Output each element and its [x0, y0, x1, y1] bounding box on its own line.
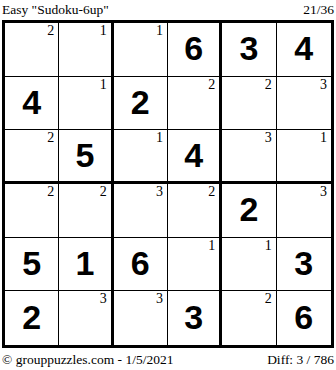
cell-r1c3[interactable]: 1 — [114, 23, 168, 77]
cell-digit: 6 — [184, 31, 203, 65]
cell-digit: 6 — [131, 246, 150, 280]
cell-r2c5[interactable]: 2 — [222, 77, 276, 131]
pencil-mark: 2 — [265, 78, 272, 93]
cell-r4c2[interactable]: 2 — [59, 184, 113, 238]
cell-r1c6[interactable]: 4 — [277, 23, 331, 77]
pencil-mark: 3 — [265, 131, 272, 146]
cell-r2c3[interactable]: 2 — [114, 77, 168, 131]
difficulty-text: Diff: 3 / 786 — [267, 352, 334, 368]
pencil-mark: 1 — [208, 239, 215, 254]
cell-r6c6[interactable]: 6 — [277, 291, 331, 345]
pencil-mark: 2 — [100, 185, 107, 200]
cell-r3c2[interactable]: 5 — [59, 130, 113, 184]
cell-r3c3[interactable]: 1 — [114, 130, 168, 184]
cell-r3c4[interactable]: 4 — [168, 130, 222, 184]
cell-r4c6[interactable]: 3 — [277, 184, 331, 238]
cell-r1c5[interactable]: 3 — [222, 23, 276, 77]
cell-digit: 5 — [76, 138, 95, 172]
cell-digit: 2 — [22, 300, 41, 334]
sudoku-board: 211634412223251431223223516113233326 — [2, 20, 334, 348]
pencil-mark: 3 — [156, 185, 163, 200]
cell-digit: 3 — [184, 300, 203, 334]
pencil-mark: 2 — [265, 292, 272, 307]
cell-r4c3[interactable]: 3 — [114, 184, 168, 238]
cell-r5c3[interactable]: 6 — [114, 238, 168, 292]
pencil-mark: 1 — [156, 24, 163, 39]
cell-r2c4[interactable]: 2 — [168, 77, 222, 131]
cell-digit: 4 — [22, 85, 41, 119]
cell-digit: 6 — [294, 300, 313, 334]
pencil-mark: 3 — [156, 292, 163, 307]
cell-digit: 3 — [240, 31, 259, 65]
pencil-mark: 1 — [156, 131, 163, 146]
cell-r1c1[interactable]: 2 — [5, 23, 59, 77]
cell-digit: 1 — [76, 246, 95, 280]
puzzle-title: Easy "Sudoku-6up" — [2, 2, 109, 18]
cell-r6c1[interactable]: 2 — [5, 291, 59, 345]
pencil-mark: 1 — [100, 24, 107, 39]
cell-r5c5[interactable]: 1 — [222, 238, 276, 292]
cell-digit: 5 — [22, 246, 41, 280]
cell-r2c1[interactable]: 4 — [5, 77, 59, 131]
cell-r5c1[interactable]: 5 — [5, 238, 59, 292]
cell-r6c5[interactable]: 2 — [222, 291, 276, 345]
cell-r5c4[interactable]: 1 — [168, 238, 222, 292]
cell-r1c2[interactable]: 1 — [59, 23, 113, 77]
cell-r6c2[interactable]: 3 — [59, 291, 113, 345]
header: Easy "Sudoku-6up" 21/36 — [0, 0, 336, 20]
cell-r4c4[interactable]: 2 — [168, 184, 222, 238]
cell-r1c4[interactable]: 6 — [168, 23, 222, 77]
cell-r3c6[interactable]: 1 — [277, 130, 331, 184]
cell-r4c1[interactable]: 2 — [5, 184, 59, 238]
pencil-mark: 3 — [320, 185, 327, 200]
pencil-mark: 1 — [320, 131, 327, 146]
progress-counter: 21/36 — [303, 2, 334, 18]
pencil-mark: 2 — [208, 185, 215, 200]
cell-digit: 2 — [240, 192, 259, 226]
pencil-mark: 2 — [47, 24, 54, 39]
footer: © grouppuzzles.com - 1/5/2021 Diff: 3 / … — [0, 348, 336, 370]
cell-r5c2[interactable]: 1 — [59, 238, 113, 292]
cell-r2c2[interactable]: 1 — [59, 77, 113, 131]
cell-digit: 4 — [294, 31, 313, 65]
puzzle-page: Easy "Sudoku-6up" 21/36 2116344122232514… — [0, 0, 336, 370]
pencil-mark: 1 — [100, 78, 107, 93]
cell-r5c6[interactable]: 3 — [277, 238, 331, 292]
pencil-mark: 3 — [100, 292, 107, 307]
cell-r4c5[interactable]: 2 — [222, 184, 276, 238]
copyright-text: © grouppuzzles.com - 1/5/2021 — [2, 352, 173, 368]
cell-r2c6[interactable]: 3 — [277, 77, 331, 131]
cell-r6c3[interactable]: 3 — [114, 291, 168, 345]
cell-digit: 3 — [294, 246, 313, 280]
cell-digit: 2 — [131, 85, 150, 119]
pencil-mark: 2 — [47, 131, 54, 146]
pencil-mark: 2 — [208, 78, 215, 93]
cell-r3c1[interactable]: 2 — [5, 130, 59, 184]
pencil-mark: 2 — [47, 185, 54, 200]
cell-digit: 4 — [184, 138, 203, 172]
cell-r6c4[interactable]: 3 — [168, 291, 222, 345]
cell-r3c5[interactable]: 3 — [222, 130, 276, 184]
pencil-mark: 3 — [320, 78, 327, 93]
pencil-mark: 1 — [265, 239, 272, 254]
